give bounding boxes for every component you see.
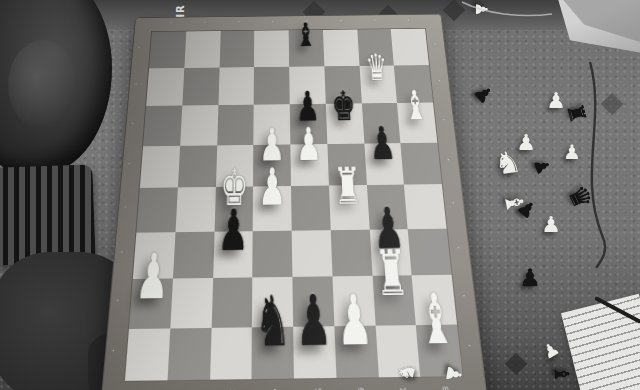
spare-black-pawn-standing[interactable]: ♟ [519,266,541,290]
square-a7[interactable] [146,68,184,106]
square-h7[interactable] [394,65,433,103]
square-h4[interactable] [404,184,446,229]
frame-mark: · [407,18,410,24]
chessboard: ♝♛♟♚♝♟♟♟♚♟♜♟♟♟♜♞♟♟♝ 12345678············… [100,14,487,390]
square-b5[interactable] [178,145,217,187]
square-f5[interactable] [327,143,366,185]
square-h8[interactable] [391,29,429,65]
captured-black-rook-lying[interactable]: ♜ [563,101,589,126]
board-grid [125,29,463,381]
square-g3[interactable] [369,229,412,276]
square-b3[interactable] [173,231,214,278]
square-g8[interactable] [357,29,394,65]
photo-stage: ЯHR ♝♛♟♚♝♟♟♟♚♟♜♟♟♟♜♞♟♟♝ 12345678········… [0,0,640,390]
square-e4[interactable] [291,186,330,231]
white-piece-lying-top-edge[interactable]: ♟ [473,2,489,16]
square-f6[interactable] [326,103,364,143]
square-a5[interactable] [140,145,180,187]
frame-mark: · [373,18,376,24]
captured-white-pawn[interactable]: ♟ [541,214,561,236]
square-d4[interactable] [253,186,292,231]
carpet-diamond-motif [601,93,624,116]
white-piece-near-diamond[interactable]: ♟ [540,339,563,363]
square-f3[interactable] [330,229,372,276]
square-c2[interactable] [211,277,252,327]
frame-mark: · [305,19,307,25]
square-a1[interactable] [125,328,170,381]
square-b4[interactable] [175,187,215,232]
square-d5[interactable] [253,144,291,186]
square-f2[interactable] [332,276,375,326]
square-e6[interactable] [290,104,327,144]
black-piece-lying-bottom[interactable]: ♝ [551,364,572,384]
square-g2[interactable] [372,275,416,325]
frame-mark: · [237,20,239,26]
square-c6[interactable] [217,105,254,145]
frame-mark: · [169,21,172,27]
square-e3[interactable] [292,230,333,277]
square-c8[interactable] [219,31,254,68]
square-b7[interactable] [182,67,219,105]
ribbed-mat [0,164,96,265]
white-pawn-lying[interactable]: ♟ [443,363,466,384]
square-d1[interactable] [252,326,294,379]
square-b6[interactable] [180,105,218,145]
square-e7[interactable] [289,66,325,104]
square-c4[interactable] [214,186,253,231]
square-e8[interactable] [289,30,325,66]
square-g6[interactable] [361,103,400,143]
square-c3[interactable] [213,231,253,278]
captured-black-pawn-lying[interactable]: ♟ [471,81,498,108]
frame-mark: · [138,45,141,51]
captured-white-pawn[interactable]: ♟ [563,142,581,162]
square-e1[interactable] [293,326,336,379]
square-a4[interactable] [136,187,177,232]
square-a2[interactable] [129,278,173,328]
square-h2[interactable] [412,275,457,325]
chair-cushion-highlight [8,40,78,130]
square-h6[interactable] [397,103,437,143]
square-d3[interactable] [253,230,293,277]
square-e2[interactable] [292,276,334,326]
square-f1[interactable] [334,325,378,378]
square-g7[interactable] [359,65,397,103]
square-h5[interactable] [401,142,442,184]
square-g5[interactable] [364,143,404,185]
square-h3[interactable] [408,228,452,275]
square-e5[interactable] [290,144,328,186]
square-d2[interactable] [252,277,293,327]
square-g4[interactable] [366,185,407,230]
square-f4[interactable] [329,185,369,230]
square-b2[interactable] [170,278,213,328]
square-a3[interactable] [133,232,175,279]
frame-mark: · [339,19,342,25]
frame-mark: · [203,20,206,26]
captured-white-knight[interactable]: ♞ [493,146,524,179]
captured-black-pawn-lying[interactable]: ♟ [531,156,553,177]
square-f7[interactable] [324,66,361,104]
captured-black-queen-lying[interactable]: ♛ [563,181,596,213]
frame-mark: · [271,19,273,25]
square-f8[interactable] [323,29,359,65]
square-b8[interactable] [184,31,220,68]
square-c7[interactable] [218,67,254,105]
square-c5[interactable] [215,145,253,187]
square-a8[interactable] [149,31,186,68]
square-d8[interactable] [254,30,289,66]
frame-label-bottom-8: 8 [440,386,449,390]
square-d7[interactable] [254,66,290,104]
square-c1[interactable] [210,327,253,380]
square-a6[interactable] [143,106,182,146]
square-b1[interactable] [167,327,211,380]
carpet-diamond-motif [505,353,528,376]
square-d6[interactable] [254,104,291,144]
